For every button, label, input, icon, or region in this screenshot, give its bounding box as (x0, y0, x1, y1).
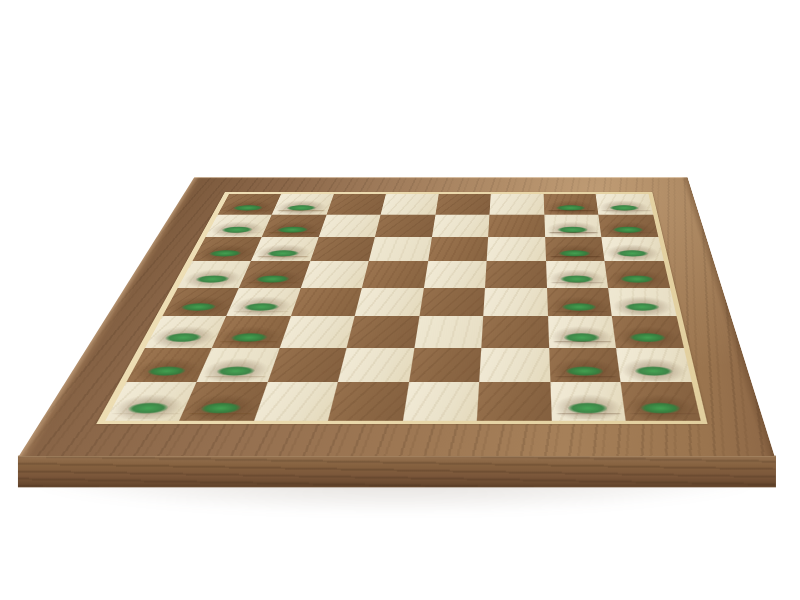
board-front-edge (18, 456, 776, 488)
square-a3[interactable] (326, 194, 386, 215)
chessboard: ♜♟♟♜♞♟♟♞♝♟♟♝♛♟♟♛♚♟♟♚♝♟♟♝♞♟♟♞♜♟♟♜ (19, 177, 775, 456)
square-b4[interactable] (375, 215, 435, 237)
square-a4[interactable] (381, 194, 439, 215)
chess-set-photo: ♜♟♟♜♞♟♟♞♝♟♟♝♛♟♟♛♚♟♟♚♝♟♟♝♞♟♟♞♜♟♟♜ (0, 0, 800, 600)
rook-glyph: ♜ (530, 310, 794, 428)
piece-black-rook-h8[interactable]: ♜ (621, 382, 700, 420)
square-a5[interactable] (435, 194, 491, 215)
piece-white-pawn-h2[interactable]: ♟ (179, 382, 267, 420)
square-c4[interactable] (369, 237, 432, 261)
pawn-glyph: ♟ (87, 322, 351, 428)
board-far-edge-highlight (194, 177, 688, 178)
